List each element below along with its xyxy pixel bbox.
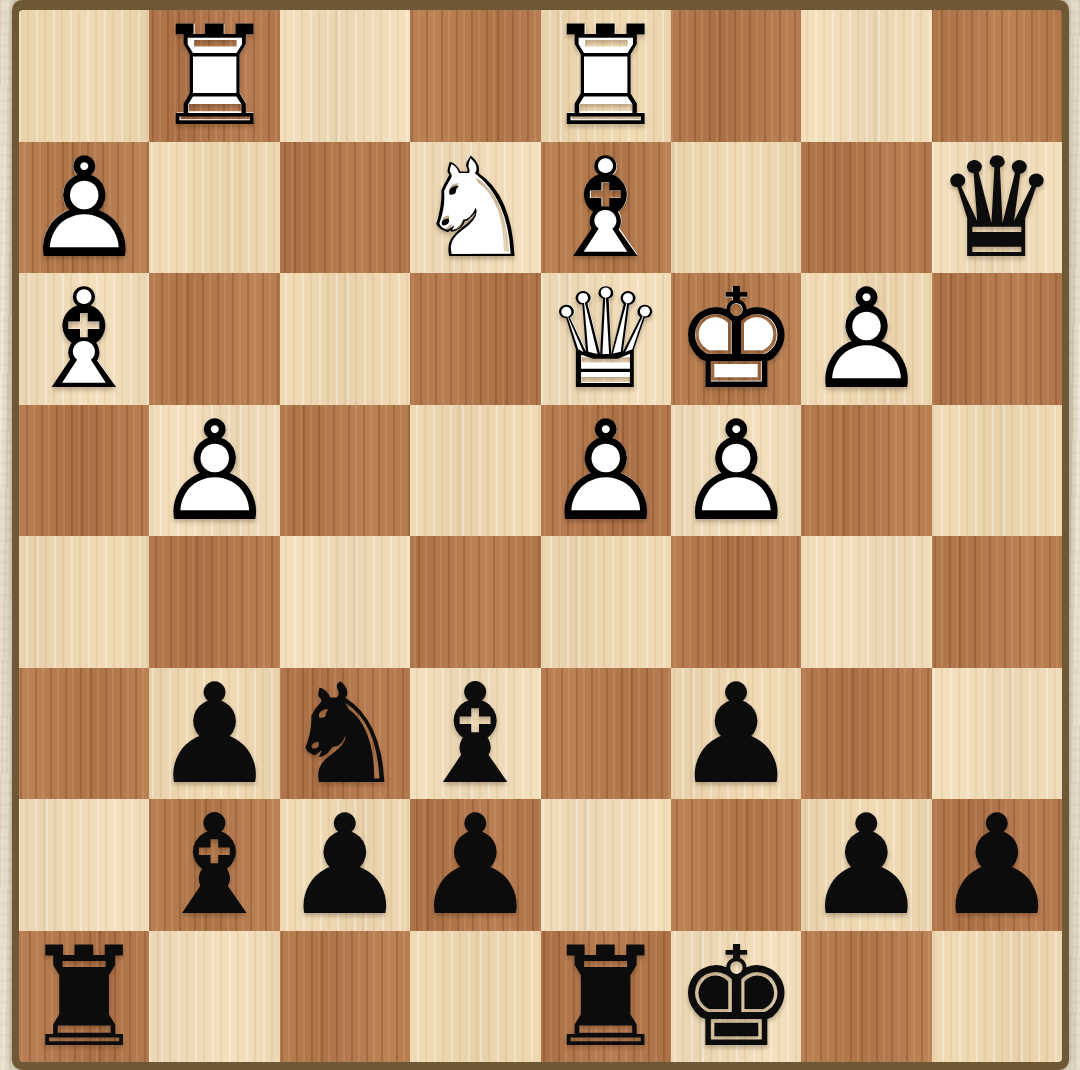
square-a7[interactable]: ♟♙: [19, 142, 149, 274]
square-g3[interactable]: [801, 668, 931, 800]
white-pawn[interactable]: ♟♙: [801, 273, 931, 405]
black-piece-glyph: ♜: [22, 929, 146, 1062]
black-piece-glyph: ♟: [153, 666, 277, 804]
square-e4[interactable]: [541, 536, 671, 668]
square-e7[interactable]: ♝♗: [541, 142, 671, 274]
square-h1[interactable]: [932, 931, 1062, 1063]
square-g1[interactable]: [801, 931, 931, 1063]
square-c2[interactable]: ♟: [280, 799, 410, 931]
black-piece-glyph: ♟: [674, 666, 798, 804]
square-f1[interactable]: ♚: [671, 931, 801, 1063]
black-piece-glyph: ♞: [283, 666, 407, 804]
white-piece-outline-glyph: ♙: [22, 140, 146, 278]
square-a4[interactable]: [19, 536, 149, 668]
white-piece-outline-glyph: ♔: [674, 271, 798, 409]
square-f2[interactable]: [671, 799, 801, 931]
square-f6[interactable]: ♚♔: [671, 273, 801, 405]
white-piece-outline-glyph: ♗: [22, 271, 146, 409]
black-piece-glyph: ♚: [674, 929, 798, 1062]
square-h5[interactable]: [932, 405, 1062, 537]
white-king[interactable]: ♚♔: [671, 273, 801, 405]
square-g6[interactable]: ♟♙: [801, 273, 931, 405]
black-piece-glyph: ♟: [283, 797, 407, 935]
square-d8[interactable]: [410, 10, 540, 142]
square-a6[interactable]: ♝♗: [19, 273, 149, 405]
black-king[interactable]: ♚: [671, 931, 801, 1063]
white-rook[interactable]: ♜♖: [541, 10, 671, 142]
page-background: ♜♖♜♖♟♙♞♘♝♗♛♝♗♛♕♚♔♟♙♟♙♟♙♟♙♟♞♝♟♝♟♟♟♟♜♜♚: [0, 0, 1080, 1070]
square-d3[interactable]: ♝: [410, 668, 540, 800]
white-bishop[interactable]: ♝♗: [541, 142, 671, 274]
square-c6[interactable]: [280, 273, 410, 405]
black-piece-glyph: ♟: [805, 797, 929, 935]
white-pawn[interactable]: ♟♙: [19, 142, 149, 274]
square-a8[interactable]: [19, 10, 149, 142]
square-g4[interactable]: [801, 536, 931, 668]
black-pawn[interactable]: ♟: [410, 799, 540, 931]
square-e6[interactable]: ♛♕: [541, 273, 671, 405]
square-g8[interactable]: [801, 10, 931, 142]
black-rook[interactable]: ♜: [19, 931, 149, 1063]
black-pawn[interactable]: ♟: [280, 799, 410, 931]
black-piece-glyph: ♜: [544, 929, 668, 1062]
square-c8[interactable]: [280, 10, 410, 142]
white-piece-outline-glyph: ♙: [544, 403, 668, 541]
white-piece-outline-glyph: ♖: [544, 10, 668, 146]
chess-board-frame: ♜♖♜♖♟♙♞♘♝♗♛♝♗♛♕♚♔♟♙♟♙♟♙♟♙♟♞♝♟♝♟♟♟♟♜♜♚: [12, 0, 1069, 1070]
chess-board: ♜♖♜♖♟♙♞♘♝♗♛♝♗♛♕♚♔♟♙♟♙♟♙♟♙♟♞♝♟♝♟♟♟♟♜♜♚: [19, 10, 1062, 1062]
square-d5[interactable]: [410, 405, 540, 537]
square-a5[interactable]: [19, 405, 149, 537]
square-b4[interactable]: [149, 536, 279, 668]
square-b7[interactable]: [149, 142, 279, 274]
square-e8[interactable]: ♜♖: [541, 10, 671, 142]
square-c3[interactable]: ♞: [280, 668, 410, 800]
black-piece-glyph: ♝: [413, 666, 537, 804]
square-e1[interactable]: ♜: [541, 931, 671, 1063]
square-b6[interactable]: [149, 273, 279, 405]
square-f3[interactable]: ♟: [671, 668, 801, 800]
square-g2[interactable]: ♟: [801, 799, 931, 931]
square-d4[interactable]: [410, 536, 540, 668]
square-c5[interactable]: [280, 405, 410, 537]
black-pawn[interactable]: ♟: [801, 799, 931, 931]
white-piece-outline-glyph: ♙: [674, 403, 798, 541]
square-h4[interactable]: [932, 536, 1062, 668]
square-f4[interactable]: [671, 536, 801, 668]
square-d2[interactable]: ♟: [410, 799, 540, 931]
square-h3[interactable]: [932, 668, 1062, 800]
black-piece-glyph: ♝: [153, 797, 277, 935]
square-f7[interactable]: [671, 142, 801, 274]
square-h6[interactable]: [932, 273, 1062, 405]
square-b8[interactable]: ♜♖: [149, 10, 279, 142]
black-rook[interactable]: ♜: [541, 931, 671, 1063]
black-knight[interactable]: ♞: [280, 668, 410, 800]
black-pawn[interactable]: ♟: [932, 799, 1062, 931]
white-piece-outline-glyph: ♙: [153, 403, 277, 541]
square-e3[interactable]: [541, 668, 671, 800]
white-rook[interactable]: ♜♖: [149, 10, 279, 142]
black-bishop[interactable]: ♝: [410, 668, 540, 800]
white-piece-outline-glyph: ♙: [805, 271, 929, 409]
square-e2[interactable]: [541, 799, 671, 931]
white-piece-outline-glyph: ♗: [544, 140, 668, 278]
white-pawn[interactable]: ♟♙: [149, 405, 279, 537]
white-pawn[interactable]: ♟♙: [671, 405, 801, 537]
white-piece-outline-glyph: ♘: [413, 140, 537, 278]
black-pawn[interactable]: ♟: [671, 668, 801, 800]
square-a2[interactable]: [19, 799, 149, 931]
square-g7[interactable]: [801, 142, 931, 274]
square-a3[interactable]: [19, 668, 149, 800]
square-b2[interactable]: ♝: [149, 799, 279, 931]
white-queen[interactable]: ♛♕: [541, 273, 671, 405]
black-piece-glyph: ♟: [935, 797, 1059, 935]
square-f8[interactable]: [671, 10, 801, 142]
square-h7[interactable]: ♛: [932, 142, 1062, 274]
square-b1[interactable]: [149, 931, 279, 1063]
square-c4[interactable]: [280, 536, 410, 668]
square-a1[interactable]: ♜: [19, 931, 149, 1063]
square-b3[interactable]: ♟: [149, 668, 279, 800]
square-g5[interactable]: [801, 405, 931, 537]
square-d6[interactable]: [410, 273, 540, 405]
square-f5[interactable]: ♟♙: [671, 405, 801, 537]
square-d7[interactable]: ♞♘: [410, 142, 540, 274]
white-bishop[interactable]: ♝♗: [19, 273, 149, 405]
white-pawn[interactable]: ♟♙: [541, 405, 671, 537]
black-piece-glyph: ♟: [413, 797, 537, 935]
black-bishop[interactable]: ♝: [149, 799, 279, 931]
square-d1[interactable]: [410, 931, 540, 1063]
square-h8[interactable]: [932, 10, 1062, 142]
square-h2[interactable]: ♟: [932, 799, 1062, 931]
square-e5[interactable]: ♟♙: [541, 405, 671, 537]
white-knight[interactable]: ♞♘: [410, 142, 540, 274]
black-pawn[interactable]: ♟: [149, 668, 279, 800]
black-piece-glyph: ♛: [935, 140, 1059, 278]
square-c7[interactable]: [280, 142, 410, 274]
white-piece-outline-glyph: ♖: [153, 10, 277, 146]
white-piece-outline-glyph: ♕: [544, 271, 668, 409]
square-b5[interactable]: ♟♙: [149, 405, 279, 537]
black-queen[interactable]: ♛: [932, 142, 1062, 274]
square-c1[interactable]: [280, 931, 410, 1063]
